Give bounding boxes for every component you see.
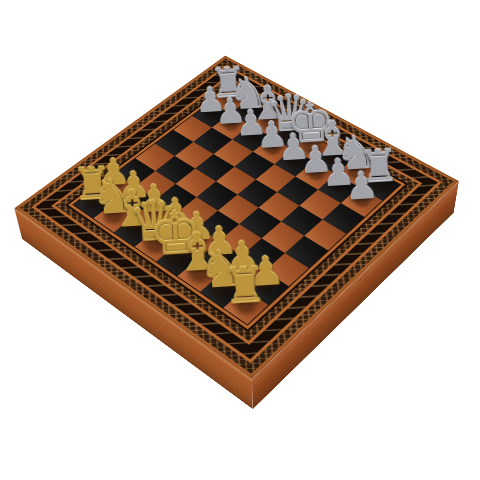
camera-tilt: ♜♞♝♛♚♝♞♜♟♟♟♟♟♟♟♟♟♟♟♟♟♟♟♟♜♞♝♛♚♝♞♜ (0, 0, 480, 480)
white-rook-glyph: ♜ (204, 258, 286, 312)
chess-board-box: ♜♞♝♛♚♝♞♜♟♟♟♟♟♟♟♟♟♟♟♟♟♟♟♟♜♞♝♛♚♝♞♜ (14, 55, 459, 379)
scene-3d: ♜♞♝♛♚♝♞♜♟♟♟♟♟♟♟♟♟♟♟♟♟♟♟♟♜♞♝♛♚♝♞♜ (0, 0, 480, 480)
product-photo: ♜♞♝♛♚♝♞♜♟♟♟♟♟♟♟♟♟♟♟♟♟♟♟♟♜♞♝♛♚♝♞♜ (0, 0, 480, 480)
